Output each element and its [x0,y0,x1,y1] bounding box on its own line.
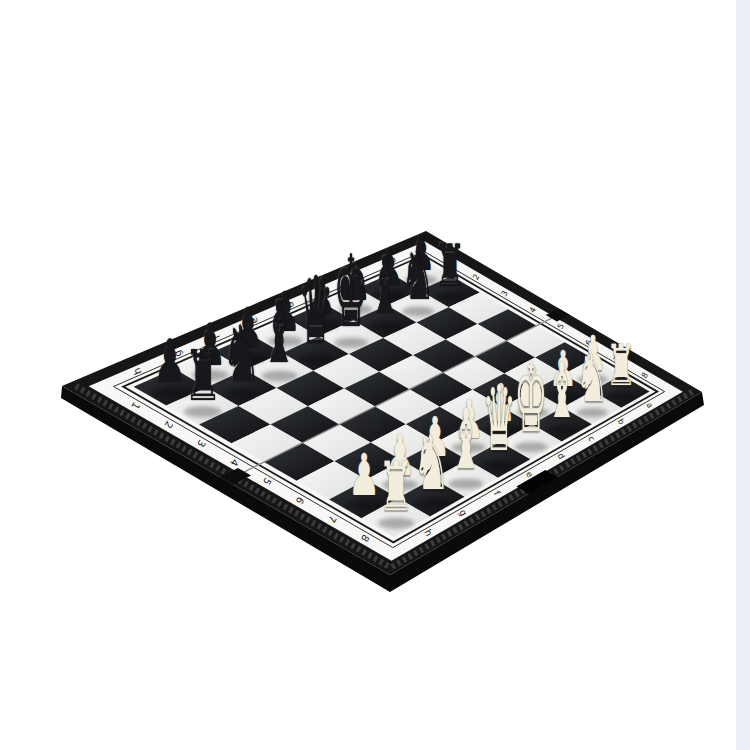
piece-shadow [184,406,222,417]
piece-shadow [546,425,578,435]
piece-shadow [577,375,608,384]
piece-shadow [449,478,484,489]
piece-shadow [418,461,453,472]
piece-shadow [517,408,549,418]
piece-shadow [369,322,402,332]
piece-shadow [373,290,405,300]
piece-shadow [406,275,438,285]
piece-shadow [223,388,260,399]
piece-shadow [304,320,338,330]
piece-shadow [334,337,368,347]
piece-shadow [434,292,465,302]
product-photo-scene: 1122334455667788aabbccddeeffgghh ♟♟♜♟♞♟♝… [0,0,750,750]
piece-shadow [346,499,383,510]
piece-shadow [262,371,298,382]
piece-shadow [606,392,636,401]
piece-shadow [452,442,486,452]
chess-board: 1122334455667788aabbccddeeffgghh [0,0,750,750]
piece-shadow [402,307,434,317]
piece-shadow [230,352,266,363]
piece-shadow [485,425,518,435]
piece-shadow [268,336,303,347]
piece-shadow [378,518,414,529]
piece-shadow [548,391,579,401]
piece-shadow [151,387,189,399]
piece-shadow [339,305,372,315]
piece-shadow [577,408,608,417]
piece-shadow [382,479,418,490]
piece-shadow [414,498,449,509]
piece-shadow [482,460,516,470]
piece-shadow [299,354,334,365]
piece-shadow [515,442,548,452]
piece-shadow [192,370,229,381]
